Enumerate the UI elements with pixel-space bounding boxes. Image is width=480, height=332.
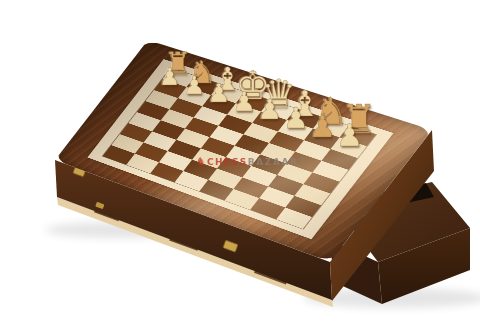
- piece-white-pawn-b2[interactable]: ♟: [309, 112, 336, 142]
- piece-white-pawn-a2[interactable]: ♟: [336, 120, 364, 151]
- piece-white-pawn-g2[interactable]: ♟: [183, 74, 205, 99]
- piece-white-pawn-f2[interactable]: ♟: [207, 81, 230, 107]
- piece-white-pawn-c2[interactable]: ♟: [283, 104, 309, 133]
- piece-white-pawn-h2[interactable]: ♟: [159, 67, 180, 91]
- piece-white-pawn-d2[interactable]: ♟: [257, 96, 282, 124]
- piece-white-pawn-e2[interactable]: ♟: [232, 89, 256, 116]
- product-photo-scene: ♜♞♝♚♛♝♞♜♟♟♟♟♟♟♟♟ ♞ CHESS BAZAAR ®: [0, 0, 480, 332]
